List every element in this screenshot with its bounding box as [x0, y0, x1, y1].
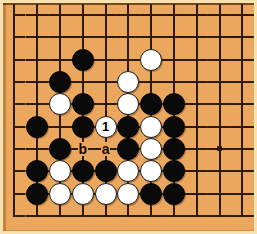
point-C8	[49, 49, 72, 71]
point-K6	[208, 93, 231, 115]
point-C5	[49, 115, 72, 137]
point-L8	[231, 49, 254, 71]
point-D9	[71, 26, 94, 48]
star-point	[217, 146, 222, 151]
point-B10	[26, 4, 49, 26]
point-H8	[163, 49, 186, 71]
point-H4	[163, 138, 186, 160]
point-G8	[140, 49, 163, 71]
black-stone	[26, 183, 48, 205]
point-L5	[231, 115, 254, 137]
point-H10	[163, 4, 186, 26]
point-F4	[117, 138, 140, 160]
point-A9	[3, 26, 26, 48]
white-stone	[49, 183, 71, 205]
point-J10	[185, 4, 208, 26]
point-D6	[71, 93, 94, 115]
point-E8	[94, 49, 117, 71]
point-A4	[3, 138, 26, 160]
point-J8	[185, 49, 208, 71]
point-G9	[140, 26, 163, 48]
point-K5	[208, 115, 231, 137]
point-F6	[117, 93, 140, 115]
black-stone	[163, 93, 185, 115]
black-stone	[95, 160, 117, 182]
point-G7	[140, 71, 163, 93]
point-G1	[140, 205, 163, 227]
point-A5	[3, 115, 26, 137]
point-D7	[71, 71, 94, 93]
point-F5	[117, 115, 140, 137]
black-stone	[140, 93, 162, 115]
point-L9	[231, 26, 254, 48]
point-E2	[94, 182, 117, 204]
point-G6	[140, 93, 163, 115]
white-stone	[117, 160, 139, 182]
white-stone	[140, 49, 162, 71]
point-C1	[49, 205, 72, 227]
point-J5	[185, 115, 208, 137]
point-C6	[49, 93, 72, 115]
black-stone	[72, 49, 94, 71]
point-B6	[26, 93, 49, 115]
point-H1	[163, 205, 186, 227]
point-L7	[231, 71, 254, 93]
white-stone	[49, 160, 71, 182]
point-L4	[231, 138, 254, 160]
point-K3	[208, 160, 231, 182]
point-D1	[71, 205, 94, 227]
point-K4	[208, 138, 231, 160]
move-number: 1	[102, 120, 109, 133]
point-F10	[117, 4, 140, 26]
go-diagram: 1ba	[0, 0, 257, 234]
white-stone	[72, 183, 94, 205]
point-B1	[26, 205, 49, 227]
point-K7	[208, 71, 231, 93]
white-stone	[95, 183, 117, 205]
point-H6	[163, 93, 186, 115]
point-F1	[117, 205, 140, 227]
point-D8	[71, 49, 94, 71]
point-B3	[26, 160, 49, 182]
point-E1	[94, 205, 117, 227]
point-A6	[3, 93, 26, 115]
point-K9	[208, 26, 231, 48]
point-K10	[208, 4, 231, 26]
point-B2	[26, 182, 49, 204]
point-E7	[94, 71, 117, 93]
point-E10	[94, 4, 117, 26]
black-stone	[163, 138, 185, 160]
black-stone	[117, 116, 139, 138]
label-b: b	[78, 142, 89, 156]
black-stone	[26, 116, 48, 138]
white-stone	[117, 71, 139, 93]
black-stone	[117, 138, 139, 160]
black-stone	[72, 160, 94, 182]
white-stone	[49, 93, 71, 115]
point-K2	[208, 182, 231, 204]
point-G10	[140, 4, 163, 26]
point-J6	[185, 93, 208, 115]
point-J9	[185, 26, 208, 48]
point-L1	[231, 205, 254, 227]
point-C3	[49, 160, 72, 182]
point-J1	[185, 205, 208, 227]
point-F9	[117, 26, 140, 48]
white-stone	[140, 138, 162, 160]
point-C10	[49, 4, 72, 26]
point-A2	[3, 182, 26, 204]
point-E3	[94, 160, 117, 182]
point-J4	[185, 138, 208, 160]
point-L2	[231, 182, 254, 204]
point-A7	[3, 71, 26, 93]
point-A1	[3, 205, 26, 227]
label-a: a	[101, 142, 111, 156]
point-E9	[94, 26, 117, 48]
point-E5: 1	[94, 115, 117, 137]
point-A10	[3, 4, 26, 26]
point-B4	[26, 138, 49, 160]
go-board-grid: 1ba	[3, 4, 254, 227]
point-G3	[140, 160, 163, 182]
point-C7	[49, 71, 72, 93]
white-stone	[117, 93, 139, 115]
point-L6	[231, 93, 254, 115]
point-A3	[3, 160, 26, 182]
white-stone	[117, 183, 139, 205]
point-L10	[231, 4, 254, 26]
point-K8	[208, 49, 231, 71]
point-F7	[117, 71, 140, 93]
white-stone-1: 1	[95, 116, 117, 138]
point-F8	[117, 49, 140, 71]
point-H9	[163, 26, 186, 48]
point-J3	[185, 160, 208, 182]
point-G5	[140, 115, 163, 137]
black-stone	[163, 183, 185, 205]
point-B7	[26, 71, 49, 93]
point-H5	[163, 115, 186, 137]
black-stone	[72, 93, 94, 115]
white-stone	[140, 116, 162, 138]
black-stone	[163, 116, 185, 138]
point-H7	[163, 71, 186, 93]
point-C4	[49, 138, 72, 160]
black-stone	[26, 160, 48, 182]
point-G4	[140, 138, 163, 160]
point-E6	[94, 93, 117, 115]
point-K1	[208, 205, 231, 227]
black-stone	[72, 116, 94, 138]
point-A8	[3, 49, 26, 71]
white-stone	[140, 160, 162, 182]
point-C2	[49, 182, 72, 204]
point-D10	[71, 4, 94, 26]
black-stone	[49, 71, 71, 93]
point-D5	[71, 115, 94, 137]
point-J2	[185, 182, 208, 204]
point-D3	[71, 160, 94, 182]
point-H2	[163, 182, 186, 204]
black-stone	[163, 160, 185, 182]
black-stone	[140, 183, 162, 205]
point-D4: b	[71, 138, 94, 160]
point-H3	[163, 160, 186, 182]
black-stone	[49, 138, 71, 160]
point-B8	[26, 49, 49, 71]
point-F2	[117, 182, 140, 204]
point-F3	[117, 160, 140, 182]
point-G2	[140, 182, 163, 204]
point-C9	[49, 26, 72, 48]
board-frame: 1ba	[0, 0, 257, 234]
point-J7	[185, 71, 208, 93]
point-E4: a	[94, 138, 117, 160]
point-B9	[26, 26, 49, 48]
point-L3	[231, 160, 254, 182]
point-D2	[71, 182, 94, 204]
point-B5	[26, 115, 49, 137]
